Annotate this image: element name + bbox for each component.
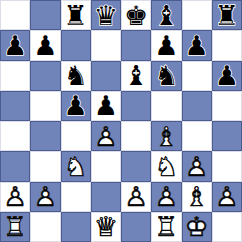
square-e1[interactable]: [121, 212, 151, 242]
piece-black-bishop[interactable]: ♝: [151, 0, 181, 30]
square-h7[interactable]: [212, 30, 242, 60]
piece-black-pawn-backdrop[interactable]: ♟: [30, 30, 60, 60]
piece-black-bishop-backdrop[interactable]: ♝: [151, 0, 181, 30]
piece-white-knight-fill[interactable]: ♞: [151, 151, 181, 181]
piece-white-knight-fill[interactable]: ♞: [61, 151, 91, 181]
square-g1[interactable]: ♚♔: [182, 212, 212, 242]
piece-white-pawn[interactable]: ♙: [212, 182, 242, 212]
square-c7[interactable]: [61, 30, 91, 60]
square-d7[interactable]: [91, 30, 121, 60]
piece-white-bishop-fill[interactable]: ♝: [151, 121, 181, 151]
piece-black-bishop-backdrop[interactable]: ♝: [121, 61, 151, 91]
square-f5[interactable]: [151, 91, 181, 121]
square-e2[interactable]: ♟♙: [121, 182, 151, 212]
piece-black-rook[interactable]: ♜: [212, 0, 242, 30]
piece-black-pawn-backdrop[interactable]: ♟: [182, 30, 212, 60]
square-h4[interactable]: [212, 121, 242, 151]
piece-black-pawn-backdrop[interactable]: ♟: [151, 30, 181, 60]
square-f8[interactable]: ♝♝: [151, 0, 181, 30]
square-f6[interactable]: ♞♞: [151, 61, 181, 91]
piece-white-rook[interactable]: ♖: [151, 212, 181, 242]
piece-black-queen[interactable]: ♛: [91, 0, 121, 30]
square-b5[interactable]: [30, 91, 60, 121]
square-h5[interactable]: [212, 91, 242, 121]
square-g6[interactable]: [182, 61, 212, 91]
piece-white-queen-fill[interactable]: ♛: [91, 212, 121, 242]
square-a3[interactable]: [0, 151, 30, 181]
piece-white-pawn[interactable]: ♙: [121, 182, 151, 212]
piece-white-pawn-fill[interactable]: ♟: [151, 182, 181, 212]
square-h3[interactable]: [212, 151, 242, 181]
square-g4[interactable]: [182, 121, 212, 151]
square-g2[interactable]: ♝♗: [182, 182, 212, 212]
square-d4[interactable]: ♟♙: [91, 121, 121, 151]
square-e3[interactable]: [121, 151, 151, 181]
square-e8[interactable]: ♚♚: [121, 0, 151, 30]
piece-black-knight[interactable]: ♞: [61, 61, 91, 91]
square-a6[interactable]: [0, 61, 30, 91]
piece-white-pawn-fill[interactable]: ♟: [30, 182, 60, 212]
piece-black-rook-backdrop[interactable]: ♜: [61, 0, 91, 30]
piece-white-rook-fill[interactable]: ♜: [151, 212, 181, 242]
piece-black-rook[interactable]: ♜: [61, 0, 91, 30]
square-a1[interactable]: ♜♖: [0, 212, 30, 242]
square-d1[interactable]: ♛♕: [91, 212, 121, 242]
square-g7[interactable]: ♟♟: [182, 30, 212, 60]
piece-black-pawn-backdrop[interactable]: ♟: [212, 61, 242, 91]
piece-black-pawn[interactable]: ♟: [182, 30, 212, 60]
square-b2[interactable]: ♟♙: [30, 182, 60, 212]
piece-white-king-fill[interactable]: ♚: [182, 212, 212, 242]
square-e5[interactable]: [121, 91, 151, 121]
piece-black-pawn-backdrop[interactable]: ♟: [0, 30, 30, 60]
square-c8[interactable]: ♜♜: [61, 0, 91, 30]
square-e7[interactable]: [121, 30, 151, 60]
square-a7[interactable]: ♟♟: [0, 30, 30, 60]
piece-white-pawn-fill[interactable]: ♟: [212, 182, 242, 212]
piece-white-pawn[interactable]: ♙: [30, 182, 60, 212]
square-c2[interactable]: [61, 182, 91, 212]
piece-white-pawn-fill[interactable]: ♟: [91, 121, 121, 151]
piece-white-knight[interactable]: ♘: [61, 151, 91, 181]
square-d6[interactable]: [91, 61, 121, 91]
square-f2[interactable]: ♟♙: [151, 182, 181, 212]
square-h1[interactable]: [212, 212, 242, 242]
square-d2[interactable]: [91, 182, 121, 212]
piece-black-knight-backdrop[interactable]: ♞: [151, 61, 181, 91]
piece-black-rook-backdrop[interactable]: ♜: [212, 0, 242, 30]
chess-board: ♜♜♛♛♚♚♝♝♜♜♟♟♟♟♟♟♟♟♞♞♝♝♞♞♟♟♟♟♟♟♟♙♝♗♞♘♞♘♟♙…: [0, 0, 242, 242]
square-b3[interactable]: [30, 151, 60, 181]
piece-black-knight[interactable]: ♞: [151, 61, 181, 91]
piece-white-pawn-fill[interactable]: ♟: [0, 182, 30, 212]
piece-black-knight-backdrop[interactable]: ♞: [61, 61, 91, 91]
piece-black-pawn[interactable]: ♟: [151, 30, 181, 60]
piece-black-pawn[interactable]: ♟: [61, 91, 91, 121]
square-b4[interactable]: [30, 121, 60, 151]
piece-black-king-backdrop[interactable]: ♚: [121, 0, 151, 30]
square-h6[interactable]: ♟♟: [212, 61, 242, 91]
piece-white-rook-fill[interactable]: ♜: [0, 212, 30, 242]
piece-black-pawn-backdrop[interactable]: ♟: [91, 91, 121, 121]
piece-black-pawn[interactable]: ♟: [0, 30, 30, 60]
square-g3[interactable]: ♟♙: [182, 151, 212, 181]
square-f3[interactable]: ♞♘: [151, 151, 181, 181]
square-c3[interactable]: ♞♘: [61, 151, 91, 181]
square-f4[interactable]: ♝♗: [151, 121, 181, 151]
piece-white-pawn-fill[interactable]: ♟: [121, 182, 151, 212]
square-c5[interactable]: ♟♟: [61, 91, 91, 121]
piece-black-pawn-backdrop[interactable]: ♟: [61, 91, 91, 121]
piece-white-pawn-fill[interactable]: ♟: [182, 151, 212, 181]
square-c1[interactable]: [61, 212, 91, 242]
piece-white-pawn[interactable]: ♙: [182, 151, 212, 181]
piece-white-rook[interactable]: ♖: [0, 212, 30, 242]
square-a4[interactable]: [0, 121, 30, 151]
square-d3[interactable]: [91, 151, 121, 181]
piece-black-king[interactable]: ♚: [121, 0, 151, 30]
piece-white-pawn[interactable]: ♙: [0, 182, 30, 212]
square-f1[interactable]: ♜♖: [151, 212, 181, 242]
square-g5[interactable]: [182, 91, 212, 121]
piece-white-queen[interactable]: ♕: [91, 212, 121, 242]
square-e4[interactable]: [121, 121, 151, 151]
square-b6[interactable]: [30, 61, 60, 91]
square-d5[interactable]: ♟♟: [91, 91, 121, 121]
square-c4[interactable]: [61, 121, 91, 151]
square-e6[interactable]: ♝♝: [121, 61, 151, 91]
square-a8[interactable]: [0, 0, 30, 30]
piece-black-bishop[interactable]: ♝: [121, 61, 151, 91]
square-h8[interactable]: ♜♜: [212, 0, 242, 30]
square-a2[interactable]: ♟♙: [0, 182, 30, 212]
piece-black-queen-backdrop[interactable]: ♛: [91, 0, 121, 30]
piece-white-bishop-fill[interactable]: ♝: [182, 182, 212, 212]
square-c6[interactable]: ♞♞: [61, 61, 91, 91]
piece-black-pawn[interactable]: ♟: [30, 30, 60, 60]
square-b8[interactable]: [30, 0, 60, 30]
square-b1[interactable]: [30, 212, 60, 242]
piece-white-pawn[interactable]: ♙: [91, 121, 121, 151]
square-b7[interactable]: ♟♟: [30, 30, 60, 60]
square-g8[interactable]: [182, 0, 212, 30]
piece-white-king[interactable]: ♔: [182, 212, 212, 242]
square-d8[interactable]: ♛♛: [91, 0, 121, 30]
piece-black-pawn[interactable]: ♟: [91, 91, 121, 121]
piece-white-bishop[interactable]: ♗: [151, 121, 181, 151]
square-f7[interactable]: ♟♟: [151, 30, 181, 60]
piece-white-pawn[interactable]: ♙: [151, 182, 181, 212]
piece-black-pawn[interactable]: ♟: [212, 61, 242, 91]
square-h2[interactable]: ♟♙: [212, 182, 242, 212]
piece-white-bishop[interactable]: ♗: [182, 182, 212, 212]
piece-white-knight[interactable]: ♘: [151, 151, 181, 181]
square-a5[interactable]: [0, 91, 30, 121]
